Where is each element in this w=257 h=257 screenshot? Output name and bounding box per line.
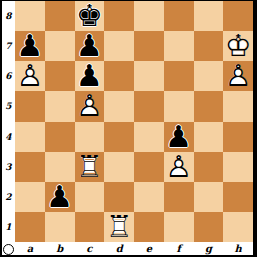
square-d3 <box>104 152 134 182</box>
file-label-h: h <box>223 242 253 255</box>
square-g6 <box>194 61 224 91</box>
square-f8 <box>164 1 194 31</box>
black-pawn: ♟ <box>76 31 103 61</box>
square-a3 <box>15 152 45 182</box>
square-g5 <box>194 91 224 121</box>
square-a5 <box>15 91 45 121</box>
square-a7: ♟ <box>15 31 45 61</box>
rank-label-3: 3 <box>2 152 15 182</box>
square-e6 <box>134 61 164 91</box>
file-label-b: b <box>45 242 75 255</box>
square-g8 <box>194 1 224 31</box>
square-c5: ♟♙ <box>75 91 105 121</box>
square-f5 <box>164 91 194 121</box>
black-pawn: ♟ <box>46 182 73 212</box>
file-label-e: e <box>134 242 164 255</box>
rank-label-4: 4 <box>2 122 15 152</box>
file-label-d: d <box>104 242 134 255</box>
black-pawn: ♟ <box>76 61 103 91</box>
square-b1 <box>45 212 75 242</box>
square-d4 <box>104 122 134 152</box>
square-e2 <box>134 182 164 212</box>
square-h7: ♚♔ <box>223 31 253 61</box>
square-g7 <box>194 31 224 61</box>
square-a1 <box>15 212 45 242</box>
square-g2 <box>194 182 224 212</box>
square-b8 <box>45 1 75 31</box>
white-piece-outline: ♔ <box>225 31 252 61</box>
rank-labels: 87654321 <box>2 1 15 242</box>
white-pawn: ♟♙ <box>76 91 103 121</box>
white-piece-outline: ♙ <box>16 61 43 91</box>
white-piece-outline: ♖ <box>106 212 133 242</box>
black-pawn: ♟ <box>16 31 43 61</box>
square-g1 <box>194 212 224 242</box>
white-rook: ♜♖ <box>106 212 133 242</box>
square-b2: ♟ <box>45 182 75 212</box>
rank-label-1: 1 <box>2 212 15 242</box>
square-h4 <box>223 122 253 152</box>
white-king: ♚♔ <box>225 31 252 61</box>
square-g3 <box>194 152 224 182</box>
square-d1: ♜♖ <box>104 212 134 242</box>
square-b3 <box>45 152 75 182</box>
black-piece-glyph: ♟ <box>76 31 103 61</box>
black-piece-glyph: ♟ <box>16 31 43 61</box>
square-f4: ♟ <box>164 122 194 152</box>
square-h6: ♟♙ <box>223 61 253 91</box>
square-h8 <box>223 1 253 31</box>
chess-diagram: 87654321 ♚♟♟♚♔♟♙♟♟♙♟♙♟♜♖♟♙♟♜♖ abcdefgh <box>0 0 257 257</box>
square-h5 <box>223 91 253 121</box>
black-pawn: ♟ <box>165 122 192 152</box>
black-king: ♚ <box>76 1 103 31</box>
square-f6 <box>164 61 194 91</box>
square-c8: ♚ <box>75 1 105 31</box>
square-d5 <box>104 91 134 121</box>
file-label-f: f <box>164 242 194 255</box>
square-c7: ♟ <box>75 31 105 61</box>
square-b6 <box>45 61 75 91</box>
square-e7 <box>134 31 164 61</box>
square-c1 <box>75 212 105 242</box>
file-labels: abcdefgh <box>15 242 253 255</box>
rank-label-8: 8 <box>2 1 15 31</box>
rank-label-2: 2 <box>2 182 15 212</box>
white-piece-outline: ♙ <box>225 61 252 91</box>
square-e8 <box>134 1 164 31</box>
square-e4 <box>134 122 164 152</box>
file-label-c: c <box>75 242 105 255</box>
white-piece-outline: ♙ <box>165 152 192 182</box>
square-h1 <box>223 212 253 242</box>
chess-board: ♚♟♟♚♔♟♙♟♟♙♟♙♟♜♖♟♙♟♜♖ <box>15 1 253 242</box>
black-piece-glyph: ♟ <box>76 61 103 91</box>
square-a6: ♟♙ <box>15 61 45 91</box>
square-f2 <box>164 182 194 212</box>
square-d7 <box>104 31 134 61</box>
square-c4 <box>75 122 105 152</box>
square-d8 <box>104 1 134 31</box>
file-label-a: a <box>15 242 45 255</box>
white-piece-outline: ♖ <box>76 152 103 182</box>
rank-label-5: 5 <box>2 91 15 121</box>
black-piece-glyph: ♚ <box>76 1 103 31</box>
square-a4 <box>15 122 45 152</box>
white-pawn: ♟♙ <box>16 61 43 91</box>
square-e5 <box>134 91 164 121</box>
square-c2 <box>75 182 105 212</box>
square-h3 <box>223 152 253 182</box>
square-b5 <box>45 91 75 121</box>
square-e1 <box>134 212 164 242</box>
square-f1 <box>164 212 194 242</box>
white-pawn: ♟♙ <box>225 61 252 91</box>
white-rook: ♜♖ <box>76 152 103 182</box>
square-b4 <box>45 122 75 152</box>
white-piece-outline: ♙ <box>76 91 103 121</box>
square-a2 <box>15 182 45 212</box>
white-pawn: ♟♙ <box>165 152 192 182</box>
square-d6 <box>104 61 134 91</box>
square-f7 <box>164 31 194 61</box>
square-a8 <box>15 1 45 31</box>
square-h2 <box>223 182 253 212</box>
file-label-g: g <box>194 242 224 255</box>
square-b7 <box>45 31 75 61</box>
square-e3 <box>134 152 164 182</box>
square-c3: ♜♖ <box>75 152 105 182</box>
square-g4 <box>194 122 224 152</box>
white-to-move-icon <box>3 244 14 255</box>
black-piece-glyph: ♟ <box>46 182 73 212</box>
side-to-move-corner <box>2 242 15 255</box>
square-f3: ♟♙ <box>164 152 194 182</box>
square-c6: ♟ <box>75 61 105 91</box>
rank-label-7: 7 <box>2 31 15 61</box>
square-d2 <box>104 182 134 212</box>
rank-label-6: 6 <box>2 61 15 91</box>
black-piece-glyph: ♟ <box>165 122 192 152</box>
